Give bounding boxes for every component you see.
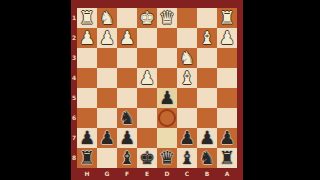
square-d2[interactable] xyxy=(157,28,177,48)
square-h6[interactable] xyxy=(77,108,97,128)
square-d7[interactable] xyxy=(157,128,177,148)
piece-black-pawn-f7[interactable]: ♟ xyxy=(117,128,137,148)
square-f5[interactable] xyxy=(117,88,137,108)
square-c2[interactable] xyxy=(177,28,197,48)
square-g3[interactable] xyxy=(97,48,117,68)
square-b5[interactable] xyxy=(197,88,217,108)
file-label-e: E xyxy=(137,168,157,180)
piece-white-pawn-e4[interactable]: ♟ xyxy=(137,68,157,88)
square-b4[interactable] xyxy=(197,68,217,88)
piece-black-pawn-d5[interactable]: ♟ xyxy=(157,88,177,108)
square-e6[interactable] xyxy=(137,108,157,128)
square-g8[interactable] xyxy=(97,148,117,168)
piece-white-rook-h1[interactable]: ♜ xyxy=(77,8,97,28)
piece-black-knight-f6[interactable]: ♞ xyxy=(117,108,137,128)
square-h5[interactable] xyxy=(77,88,97,108)
square-a4[interactable] xyxy=(217,68,237,88)
rank-label-7: 7 xyxy=(71,128,77,148)
piece-white-bishop-c4[interactable]: ♝ xyxy=(177,68,197,88)
rank-label-1: 1 xyxy=(71,8,77,28)
file-label-f: F xyxy=(117,168,137,180)
square-c5[interactable] xyxy=(177,88,197,108)
piece-white-pawn-a2[interactable]: ♟ xyxy=(217,28,237,48)
square-c1[interactable] xyxy=(177,8,197,28)
square-e5[interactable] xyxy=(137,88,157,108)
piece-white-rook-a1[interactable]: ♜ xyxy=(217,8,237,28)
square-f3[interactable] xyxy=(117,48,137,68)
piece-white-bishop-b2[interactable]: ♝ xyxy=(197,28,217,48)
screen-background: ♜♞♚♛♜♟♟♟♝♟♞♟♝♟♞♟♟♟♟♟♟♜♝♚♛♝♞♜ 12345678HGF… xyxy=(0,0,320,180)
piece-black-bishop-c8[interactable]: ♝ xyxy=(177,148,197,168)
rank-label-2: 2 xyxy=(71,28,77,48)
rank-label-4: 4 xyxy=(71,68,77,88)
square-b1[interactable] xyxy=(197,8,217,28)
piece-white-pawn-f2[interactable]: ♟ xyxy=(117,28,137,48)
square-h3[interactable] xyxy=(77,48,97,68)
square-d4[interactable] xyxy=(157,68,177,88)
file-label-g: G xyxy=(97,168,117,180)
piece-black-rook-h8[interactable]: ♜ xyxy=(77,148,97,168)
square-e2[interactable] xyxy=(137,28,157,48)
square-g4[interactable] xyxy=(97,68,117,88)
piece-white-knight-g1[interactable]: ♞ xyxy=(97,8,117,28)
piece-black-pawn-h7[interactable]: ♟ xyxy=(77,128,97,148)
piece-white-queen-d1[interactable]: ♛ xyxy=(157,8,177,28)
square-g6[interactable] xyxy=(97,108,117,128)
piece-white-pawn-h2[interactable]: ♟ xyxy=(77,28,97,48)
rank-label-3: 3 xyxy=(71,48,77,68)
square-b3[interactable] xyxy=(197,48,217,68)
piece-black-pawn-b7[interactable]: ♟ xyxy=(197,128,217,148)
piece-white-pawn-g2[interactable]: ♟ xyxy=(97,28,117,48)
rank-label-5: 5 xyxy=(71,88,77,108)
piece-black-pawn-g7[interactable]: ♟ xyxy=(97,128,117,148)
piece-white-knight-c3[interactable]: ♞ xyxy=(177,48,197,68)
piece-black-queen-d8[interactable]: ♛ xyxy=(157,148,177,168)
piece-black-rook-a8[interactable]: ♜ xyxy=(217,148,237,168)
rank-label-8: 8 xyxy=(71,148,77,168)
annotation-circle-d6 xyxy=(158,109,176,127)
square-d3[interactable] xyxy=(157,48,177,68)
piece-white-king-e1[interactable]: ♚ xyxy=(137,8,157,28)
file-label-c: C xyxy=(177,168,197,180)
piece-black-bishop-f8[interactable]: ♝ xyxy=(117,148,137,168)
square-a3[interactable] xyxy=(217,48,237,68)
square-e7[interactable] xyxy=(137,128,157,148)
file-label-d: D xyxy=(157,168,177,180)
square-f4[interactable] xyxy=(117,68,137,88)
square-a6[interactable] xyxy=(217,108,237,128)
square-h4[interactable] xyxy=(77,68,97,88)
square-b6[interactable] xyxy=(197,108,217,128)
piece-black-king-e8[interactable]: ♚ xyxy=(137,148,157,168)
piece-black-knight-b8[interactable]: ♞ xyxy=(197,148,217,168)
file-label-h: H xyxy=(77,168,97,180)
file-label-a: A xyxy=(217,168,237,180)
chess-board[interactable]: ♜♞♚♛♜♟♟♟♝♟♞♟♝♟♞♟♟♟♟♟♟♜♝♚♛♝♞♜ xyxy=(77,8,237,168)
square-g5[interactable] xyxy=(97,88,117,108)
file-label-b: B xyxy=(197,168,217,180)
square-a5[interactable] xyxy=(217,88,237,108)
piece-black-pawn-a7[interactable]: ♟ xyxy=(217,128,237,148)
rank-label-6: 6 xyxy=(71,108,77,128)
square-f1[interactable] xyxy=(117,8,137,28)
square-e3[interactable] xyxy=(137,48,157,68)
board-frame: ♜♞♚♛♜♟♟♟♝♟♞♟♝♟♞♟♟♟♟♟♟♜♝♚♛♝♞♜ 12345678HGF… xyxy=(71,0,243,180)
piece-black-pawn-c7[interactable]: ♟ xyxy=(177,128,197,148)
square-c6[interactable] xyxy=(177,108,197,128)
